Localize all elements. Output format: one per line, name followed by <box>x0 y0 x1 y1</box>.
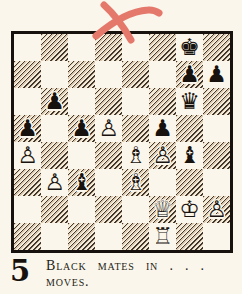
square-g5[interactable] <box>176 115 203 142</box>
puzzle-number: 5 <box>10 255 30 287</box>
caption-text: Black mates in . . . moves. <box>46 258 238 290</box>
square-f4[interactable]: ♙ <box>149 142 176 169</box>
crossed-out-x-icon <box>86 0 164 44</box>
piece-black-pawn[interactable]: ♟ <box>206 61 227 88</box>
square-b4[interactable] <box>41 142 68 169</box>
caption-line1: Black mates in . . . <box>46 258 238 274</box>
chess-board[interactable]: ♚♟♟♟♛♟♟♙♟♙♗♙♝♙♝♗♕♔♙♖ <box>11 31 233 253</box>
square-f2[interactable]: ♕ <box>149 196 176 223</box>
piece-white-bishop[interactable]: ♗ <box>125 142 146 169</box>
square-h4[interactable] <box>203 142 230 169</box>
square-a8[interactable] <box>14 34 41 61</box>
puzzle-page: ♚♟♟♟♛♟♟♙♟♙♗♙♝♙♝♗♕♔♙♖ 5 Black mates in . … <box>0 0 242 294</box>
square-b6[interactable]: ♟ <box>41 88 68 115</box>
piece-white-pawn[interactable]: ♙ <box>206 196 227 223</box>
square-h1[interactable] <box>203 223 230 250</box>
square-a1[interactable] <box>14 223 41 250</box>
square-g2[interactable]: ♔ <box>176 196 203 223</box>
square-e3[interactable]: ♗ <box>122 169 149 196</box>
piece-black-pawn[interactable]: ♟ <box>152 115 173 142</box>
square-b2[interactable] <box>41 196 68 223</box>
square-g3[interactable] <box>176 169 203 196</box>
square-a3[interactable] <box>14 169 41 196</box>
square-a2[interactable] <box>14 196 41 223</box>
square-a6[interactable] <box>14 88 41 115</box>
square-g6[interactable]: ♛ <box>176 88 203 115</box>
piece-black-pawn[interactable]: ♟ <box>179 61 200 88</box>
square-e7[interactable] <box>122 61 149 88</box>
piece-white-pawn[interactable]: ♙ <box>98 115 119 142</box>
piece-white-rook[interactable]: ♖ <box>152 223 173 250</box>
square-c1[interactable] <box>68 223 95 250</box>
square-h2[interactable]: ♙ <box>203 196 230 223</box>
square-c3[interactable]: ♝ <box>68 169 95 196</box>
square-g7[interactable]: ♟ <box>176 61 203 88</box>
square-b3[interactable]: ♙ <box>41 169 68 196</box>
square-h3[interactable] <box>203 169 230 196</box>
piece-white-queen[interactable]: ♕ <box>152 196 173 223</box>
square-e6[interactable] <box>122 88 149 115</box>
square-b8[interactable] <box>41 34 68 61</box>
square-e4[interactable]: ♗ <box>122 142 149 169</box>
square-e1[interactable] <box>122 223 149 250</box>
piece-black-queen[interactable]: ♛ <box>179 88 200 115</box>
square-e2[interactable] <box>122 196 149 223</box>
square-f5[interactable]: ♟ <box>149 115 176 142</box>
square-c2[interactable] <box>68 196 95 223</box>
square-a4[interactable]: ♙ <box>14 142 41 169</box>
square-d6[interactable] <box>95 88 122 115</box>
square-d3[interactable] <box>95 169 122 196</box>
piece-white-pawn[interactable]: ♙ <box>17 142 38 169</box>
piece-white-pawn[interactable]: ♙ <box>152 142 173 169</box>
square-b5[interactable] <box>41 115 68 142</box>
square-h8[interactable] <box>203 34 230 61</box>
square-c4[interactable] <box>68 142 95 169</box>
square-d5[interactable]: ♙ <box>95 115 122 142</box>
square-h7[interactable]: ♟ <box>203 61 230 88</box>
caption-line2: moves. <box>46 274 238 290</box>
square-f6[interactable] <box>149 88 176 115</box>
square-c5[interactable]: ♟ <box>68 115 95 142</box>
piece-black-bishop[interactable]: ♝ <box>179 142 200 169</box>
piece-white-pawn[interactable]: ♙ <box>44 169 65 196</box>
square-d4[interactable] <box>95 142 122 169</box>
square-d2[interactable] <box>95 196 122 223</box>
square-d1[interactable] <box>95 223 122 250</box>
square-c7[interactable] <box>68 61 95 88</box>
square-d7[interactable] <box>95 61 122 88</box>
square-f3[interactable] <box>149 169 176 196</box>
square-g4[interactable]: ♝ <box>176 142 203 169</box>
piece-black-pawn[interactable]: ♟ <box>17 115 38 142</box>
square-g8[interactable]: ♚ <box>176 34 203 61</box>
square-a5[interactable]: ♟ <box>14 115 41 142</box>
piece-black-bishop[interactable]: ♝ <box>71 169 92 196</box>
square-f1[interactable]: ♖ <box>149 223 176 250</box>
piece-black-king[interactable]: ♚ <box>179 34 200 61</box>
square-c6[interactable] <box>68 88 95 115</box>
square-g1[interactable] <box>176 223 203 250</box>
square-a7[interactable] <box>14 61 41 88</box>
piece-black-pawn[interactable]: ♟ <box>71 115 92 142</box>
piece-white-king[interactable]: ♔ <box>179 196 200 223</box>
square-e5[interactable] <box>122 115 149 142</box>
square-f7[interactable] <box>149 61 176 88</box>
square-b7[interactable] <box>41 61 68 88</box>
piece-white-bishop[interactable]: ♗ <box>125 169 146 196</box>
square-h5[interactable] <box>203 115 230 142</box>
piece-black-pawn[interactable]: ♟ <box>44 88 65 115</box>
square-b1[interactable] <box>41 223 68 250</box>
square-h6[interactable] <box>203 88 230 115</box>
